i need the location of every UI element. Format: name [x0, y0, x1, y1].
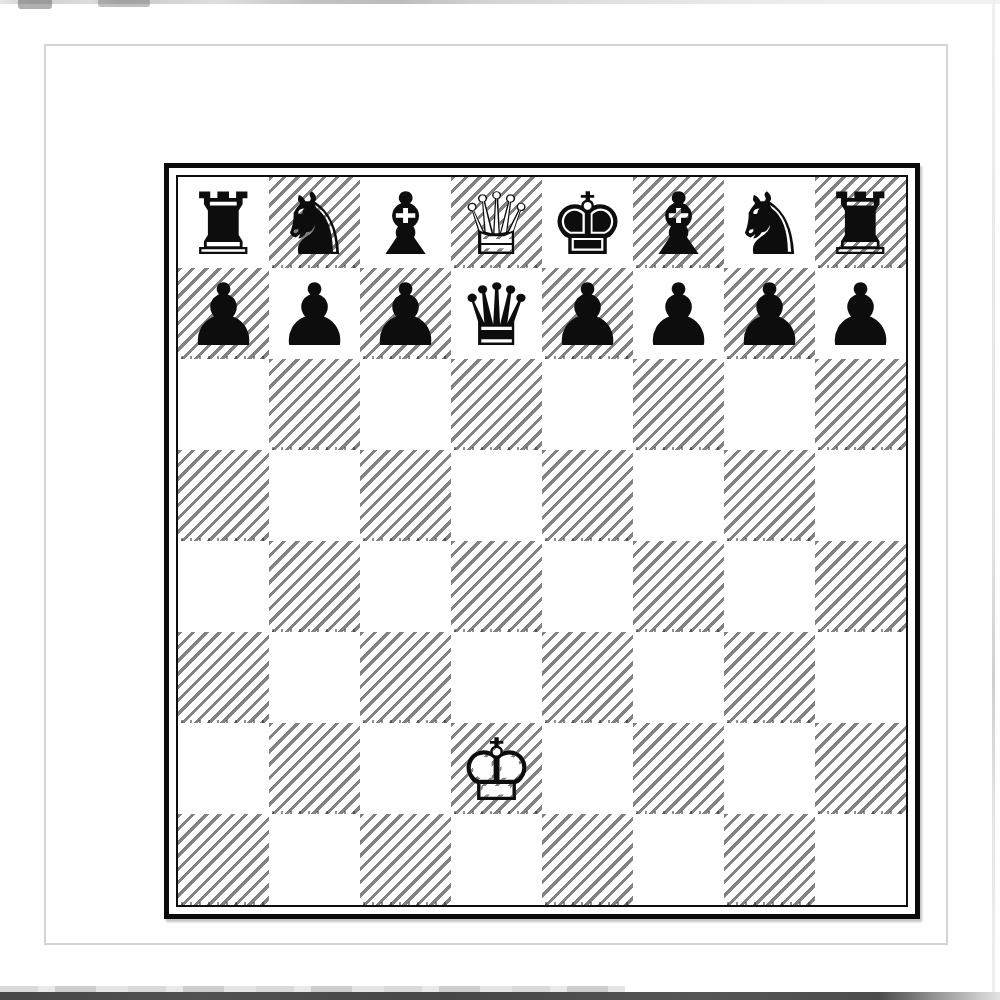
black-knight-b8: ♞ — [269, 177, 360, 268]
scanned-page: ♜♞♝♛♕♚♝♞♜♟♟♟♛♟♟♟♟♚♔ — [0, 0, 1000, 1000]
square-e6[interactable] — [542, 359, 633, 450]
square-c5[interactable] — [360, 450, 451, 541]
black-piece-glyph: ♚ — [542, 178, 633, 269]
square-f8[interactable]: ♝ — [633, 177, 724, 268]
black-rook-a8: ♜ — [178, 177, 269, 268]
black-piece-glyph: ♜ — [815, 178, 906, 269]
square-a6[interactable] — [178, 359, 269, 450]
black-bishop-f8: ♝ — [633, 177, 724, 268]
square-c7[interactable]: ♟ — [360, 268, 451, 359]
square-b8[interactable]: ♞ — [269, 177, 360, 268]
square-d6[interactable] — [451, 359, 542, 450]
square-a2[interactable] — [178, 723, 269, 814]
square-h1[interactable] — [815, 814, 906, 905]
white-piece-outline: ♕ — [451, 178, 542, 269]
square-d8[interactable]: ♛♕ — [451, 177, 542, 268]
chess-board-inner-frame: ♜♞♝♛♕♚♝♞♜♟♟♟♛♟♟♟♟♚♔ — [176, 175, 908, 907]
square-b1[interactable] — [269, 814, 360, 905]
black-pawn-b7: ♟ — [269, 268, 360, 359]
square-c2[interactable] — [360, 723, 451, 814]
black-piece-glyph: ♞ — [724, 178, 815, 269]
square-c8[interactable]: ♝ — [360, 177, 451, 268]
black-knight-g8: ♞ — [724, 177, 815, 268]
square-b2[interactable] — [269, 723, 360, 814]
square-b3[interactable] — [269, 632, 360, 723]
square-g5[interactable] — [724, 450, 815, 541]
black-piece-glyph: ♟ — [542, 269, 633, 360]
square-g2[interactable] — [724, 723, 815, 814]
square-a8[interactable]: ♜ — [178, 177, 269, 268]
square-h4[interactable] — [815, 541, 906, 632]
square-e1[interactable] — [542, 814, 633, 905]
square-d3[interactable] — [451, 632, 542, 723]
square-a1[interactable] — [178, 814, 269, 905]
white-queen-d8: ♛♕ — [451, 177, 542, 268]
black-king-e8: ♚ — [542, 177, 633, 268]
square-a7[interactable]: ♟ — [178, 268, 269, 359]
black-piece-glyph: ♟ — [360, 269, 451, 360]
square-d1[interactable] — [451, 814, 542, 905]
square-d4[interactable] — [451, 541, 542, 632]
square-c6[interactable] — [360, 359, 451, 450]
black-piece-glyph: ♝ — [360, 178, 451, 269]
black-piece-glyph: ♟ — [269, 269, 360, 360]
black-pawn-a7: ♟ — [178, 268, 269, 359]
black-piece-glyph: ♝ — [633, 178, 724, 269]
chess-board-frame: ♜♞♝♛♕♚♝♞♜♟♟♟♛♟♟♟♟♚♔ — [164, 163, 920, 919]
black-piece-glyph: ♟ — [633, 269, 724, 360]
square-b7[interactable]: ♟ — [269, 268, 360, 359]
square-c3[interactable] — [360, 632, 451, 723]
square-e5[interactable] — [542, 450, 633, 541]
black-bishop-c8: ♝ — [360, 177, 451, 268]
square-g1[interactable] — [724, 814, 815, 905]
square-f2[interactable] — [633, 723, 724, 814]
black-pawn-c7: ♟ — [360, 268, 451, 359]
square-f7[interactable]: ♟ — [633, 268, 724, 359]
square-h5[interactable] — [815, 450, 906, 541]
black-rook-h8: ♜ — [815, 177, 906, 268]
square-b4[interactable] — [269, 541, 360, 632]
square-h8[interactable]: ♜ — [815, 177, 906, 268]
square-c1[interactable] — [360, 814, 451, 905]
square-e3[interactable] — [542, 632, 633, 723]
scan-smudge — [18, 0, 52, 9]
square-c4[interactable] — [360, 541, 451, 632]
square-a5[interactable] — [178, 450, 269, 541]
black-pawn-h7: ♟ — [815, 268, 906, 359]
scan-smudge — [98, 0, 150, 7]
chess-board: ♜♞♝♛♕♚♝♞♜♟♟♟♛♟♟♟♟♚♔ — [178, 177, 906, 905]
scan-artifact-right-edge — [992, 0, 995, 1000]
square-h2[interactable] — [815, 723, 906, 814]
square-e7[interactable]: ♟ — [542, 268, 633, 359]
diagram-panel: ♜♞♝♛♕♚♝♞♜♟♟♟♛♟♟♟♟♚♔ — [44, 44, 948, 945]
black-piece-glyph: ♜ — [178, 178, 269, 269]
square-f6[interactable] — [633, 359, 724, 450]
square-f3[interactable] — [633, 632, 724, 723]
square-e8[interactable]: ♚ — [542, 177, 633, 268]
scan-artifact-bottom-edge — [0, 992, 1000, 1000]
square-d2[interactable]: ♚♔ — [451, 723, 542, 814]
square-e4[interactable] — [542, 541, 633, 632]
white-piece-outline: ♔ — [451, 724, 542, 815]
square-g3[interactable] — [724, 632, 815, 723]
black-piece-glyph: ♞ — [269, 178, 360, 269]
black-piece-glyph: ♟ — [724, 269, 815, 360]
black-pawn-f7: ♟ — [633, 268, 724, 359]
black-piece-glyph: ♛ — [451, 269, 542, 360]
square-g4[interactable] — [724, 541, 815, 632]
square-b5[interactable] — [269, 450, 360, 541]
black-piece-glyph: ♟ — [178, 269, 269, 360]
square-f1[interactable] — [633, 814, 724, 905]
square-f5[interactable] — [633, 450, 724, 541]
square-h3[interactable] — [815, 632, 906, 723]
square-e2[interactable] — [542, 723, 633, 814]
scan-artifact-top-edge — [0, 0, 1000, 4]
square-h6[interactable] — [815, 359, 906, 450]
square-h7[interactable]: ♟ — [815, 268, 906, 359]
white-king-d2: ♚♔ — [451, 723, 542, 814]
square-g6[interactable] — [724, 359, 815, 450]
black-pawn-e7: ♟ — [542, 268, 633, 359]
black-pawn-g7: ♟ — [724, 268, 815, 359]
square-a3[interactable] — [178, 632, 269, 723]
black-piece-glyph: ♟ — [815, 269, 906, 360]
square-d5[interactable] — [451, 450, 542, 541]
square-a4[interactable] — [178, 541, 269, 632]
square-b6[interactable] — [269, 359, 360, 450]
square-d7[interactable]: ♛ — [451, 268, 542, 359]
square-g8[interactable]: ♞ — [724, 177, 815, 268]
square-g7[interactable]: ♟ — [724, 268, 815, 359]
square-f4[interactable] — [633, 541, 724, 632]
black-queen-d7: ♛ — [451, 268, 542, 359]
